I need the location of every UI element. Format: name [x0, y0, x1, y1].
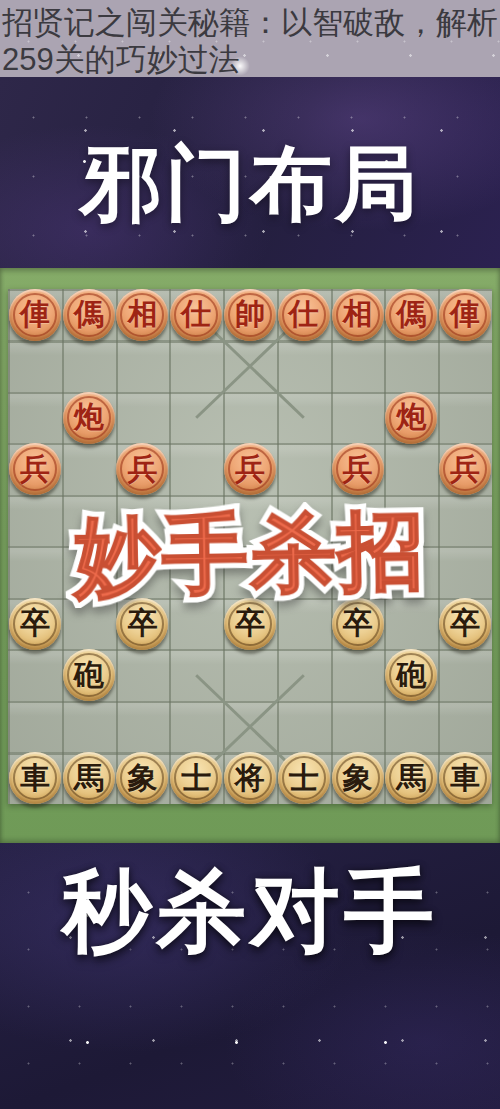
piece-character: 兵	[116, 443, 168, 495]
piece-red-pawn[interactable]: 兵	[439, 443, 491, 495]
piece-character: 将	[224, 752, 276, 804]
piece-character: 俥	[439, 289, 491, 341]
banner-bottom: 秒杀对手	[0, 851, 500, 973]
piece-character: 士	[278, 752, 330, 804]
piece-character: 俥	[9, 289, 61, 341]
piece-character: 炮	[385, 392, 437, 444]
piece-character: 傌	[63, 289, 115, 341]
bottom-banner-band: 秒杀对手	[0, 843, 500, 1109]
piece-red-elephant[interactable]: 相	[332, 289, 384, 341]
piece-character: 兵	[224, 443, 276, 495]
piece-red-general[interactable]: 帥	[224, 289, 276, 341]
piece-character: 炮	[63, 392, 115, 444]
piece-red-elephant[interactable]: 相	[116, 289, 168, 341]
page-title: 招贤记之闯关秘籍：以智破敌，解析259关的巧妙过法	[2, 4, 498, 78]
piece-red-advisor[interactable]: 仕	[170, 289, 222, 341]
piece-black-elephant[interactable]: 象	[332, 752, 384, 804]
piece-character: 車	[439, 752, 491, 804]
piece-black-cannon[interactable]: 砲	[63, 649, 115, 701]
piece-character: 相	[332, 289, 384, 341]
piece-character: 兵	[439, 443, 491, 495]
banner-top: 邪门布局	[0, 130, 500, 240]
piece-red-chariot[interactable]: 俥	[9, 289, 61, 341]
piece-red-cannon[interactable]: 炮	[385, 392, 437, 444]
piece-character: 兵	[332, 443, 384, 495]
piece-red-pawn[interactable]: 兵	[9, 443, 61, 495]
overlay-banner: 妙手杀招 妙手杀招	[0, 492, 500, 611]
piece-character: 馬	[63, 752, 115, 804]
piece-black-horse[interactable]: 馬	[385, 752, 437, 804]
overlay-text: 妙手杀招	[0, 492, 500, 618]
piece-character: 傌	[385, 289, 437, 341]
piece-black-cannon[interactable]: 砲	[385, 649, 437, 701]
piece-character: 車	[9, 752, 61, 804]
piece-black-general[interactable]: 将	[224, 752, 276, 804]
piece-character: 仕	[170, 289, 222, 341]
piece-red-advisor[interactable]: 仕	[278, 289, 330, 341]
xiangqi-board-section: 俥傌相仕帥仕相傌俥炮炮兵兵兵兵兵卒卒卒卒卒砲砲車馬象士将士象馬車 妙手杀招 妙手…	[0, 268, 500, 843]
top-banner-band: 邪门布局	[0, 77, 500, 268]
piece-red-chariot[interactable]: 俥	[439, 289, 491, 341]
piece-black-advisor[interactable]: 士	[170, 752, 222, 804]
title-strip: 招贤记之闯关秘籍：以智破敌，解析259关的巧妙过法	[0, 0, 500, 77]
thumbnail-page: 招贤记之闯关秘籍：以智破敌，解析259关的巧妙过法 邪门布局 俥傌相仕帥仕相傌俥…	[0, 0, 500, 1109]
piece-black-elephant[interactable]: 象	[116, 752, 168, 804]
piece-character: 士	[170, 752, 222, 804]
piece-character: 仕	[278, 289, 330, 341]
piece-red-pawn[interactable]: 兵	[116, 443, 168, 495]
piece-character: 帥	[224, 289, 276, 341]
piece-character: 相	[116, 289, 168, 341]
piece-character: 兵	[9, 443, 61, 495]
piece-black-advisor[interactable]: 士	[278, 752, 330, 804]
piece-character: 砲	[385, 649, 437, 701]
piece-red-cannon[interactable]: 炮	[63, 392, 115, 444]
piece-red-horse[interactable]: 傌	[385, 289, 437, 341]
piece-character: 馬	[385, 752, 437, 804]
piece-character: 象	[332, 752, 384, 804]
piece-character: 象	[116, 752, 168, 804]
piece-black-chariot[interactable]: 車	[439, 752, 491, 804]
piece-red-horse[interactable]: 傌	[63, 289, 115, 341]
piece-red-pawn[interactable]: 兵	[224, 443, 276, 495]
piece-red-pawn[interactable]: 兵	[332, 443, 384, 495]
piece-black-horse[interactable]: 馬	[63, 752, 115, 804]
piece-black-chariot[interactable]: 車	[9, 752, 61, 804]
piece-character: 砲	[63, 649, 115, 701]
